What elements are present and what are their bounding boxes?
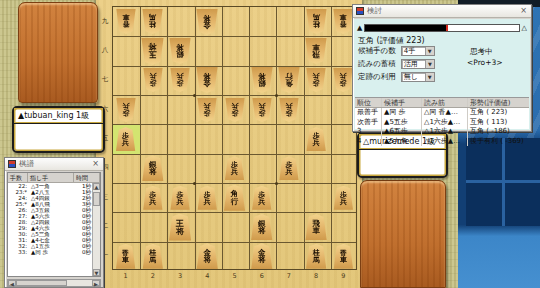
- analysis-option-row: 候補手の数4手▼: [358, 45, 435, 56]
- option-dropdown-2[interactable]: 活用▼: [401, 59, 435, 69]
- komadai-gote[interactable]: [360, 180, 446, 288]
- kifu-window-title: 棋譜: [19, 159, 91, 169]
- candidate-move: ▲5九角: [382, 137, 422, 147]
- piece-kanji: 角: [285, 80, 293, 88]
- piece-kanji: 将: [204, 256, 212, 264]
- kifu-titlebar[interactable]: 棋譜 ×: [5, 158, 103, 171]
- candidate-rank: 次善手: [355, 118, 382, 128]
- candidate-eval: 互角 ( 113): [468, 118, 529, 128]
- option-label: 定跡の利用: [358, 72, 396, 82]
- piece-kanji: 行: [285, 73, 293, 81]
- file-label: 8: [306, 272, 326, 280]
- option-dropdown-1[interactable]: 4手▼: [401, 46, 435, 56]
- piece-kanji: 兵: [285, 103, 292, 110]
- piece-kanji: 兵: [258, 103, 265, 110]
- dropdown-value: 無し: [402, 73, 425, 81]
- piece-kanji: 行: [231, 198, 239, 206]
- eval-bar-marker: [446, 25, 448, 31]
- candidate-eval: 互角 ( 223): [468, 108, 529, 118]
- sente-mark: ▲: [357, 24, 362, 32]
- grid-line: [222, 7, 223, 269]
- file-label: 7: [279, 272, 299, 280]
- piece-kanji: 将: [258, 73, 266, 81]
- grid-line: [276, 7, 277, 269]
- wallpaper-logo-line-h: [466, 180, 540, 183]
- piece-kanji: 将: [258, 256, 266, 264]
- piece-kanji: 車: [312, 227, 320, 235]
- grid-line: [113, 183, 356, 184]
- piece-kanji: 桂: [149, 22, 156, 29]
- candidate-line: △1六歩▲…: [422, 137, 468, 147]
- piece-kanji: 馬: [313, 15, 320, 22]
- piece-kanji: 車: [312, 44, 320, 52]
- file-label: 6: [252, 272, 272, 280]
- rank-label: 七: [100, 75, 110, 84]
- candidate-col-header: 順位: [355, 98, 382, 107]
- piece-kanji: 将: [149, 168, 157, 176]
- analysis-option-row: 読みの蓄積活用▼: [358, 58, 435, 69]
- candidate-table[interactable]: 順位候補手読み筋形勢(評価値)最善手▲同 歩△同 香▲…互角 ( 223)次善手…: [355, 97, 529, 129]
- rank-label: 九: [100, 17, 110, 26]
- piece-kanji: 銀: [176, 51, 184, 59]
- piece-kanji: 兵: [122, 139, 129, 146]
- candidate-row[interactable]: 4▲5九角△1六歩▲…後手有利 ( -369): [355, 137, 529, 147]
- engine-status: 思考中: [470, 47, 493, 57]
- piece-kanji: 兵: [177, 73, 184, 80]
- piece-kanji: 馬: [149, 15, 156, 22]
- move-list-header: 手数 指し手 時間: [8, 173, 100, 183]
- analysis-window: 検討 × ▲ △ 互角 (評価値 223) 候補手の数4手▼読みの蓄積活用▼定跡…: [352, 4, 532, 132]
- col-time: 時間: [74, 173, 100, 182]
- piece-kanji: 兵: [122, 103, 129, 110]
- move-list-hscrollbar[interactable]: ◀ ▶: [7, 279, 101, 287]
- analysis-titlebar[interactable]: 検討 ×: [353, 5, 531, 18]
- grid-line: [113, 124, 356, 125]
- komadai-sente[interactable]: [18, 2, 98, 103]
- scroll-right-icon[interactable]: ▶: [92, 280, 100, 286]
- piece-kanji: 玉: [149, 51, 157, 59]
- candidate-move: ▲5五歩: [382, 118, 422, 128]
- scroll-up-icon[interactable]: ▲: [93, 183, 100, 190]
- star-point: [193, 94, 196, 97]
- col-move: 指し手: [28, 173, 74, 182]
- file-label: 2: [143, 272, 163, 280]
- piece-kanji: 兵: [177, 198, 184, 205]
- dropdown-value: 活用: [402, 60, 425, 68]
- grid-line: [140, 7, 141, 269]
- move-text: ▲同 歩: [28, 249, 74, 255]
- piece-kanji: 兵: [285, 168, 292, 175]
- move-row[interactable]: 33:▲同 歩0秒: [8, 249, 100, 255]
- star-point: [275, 182, 278, 185]
- piece-kanji: 将: [149, 43, 157, 51]
- option-label: 読みの蓄積: [358, 59, 396, 69]
- piece-kanji: 銀: [258, 80, 266, 88]
- grid-line: [167, 7, 168, 269]
- piece-kanji: 兵: [149, 198, 156, 205]
- piece-kanji: 馬: [313, 256, 320, 263]
- move-list[interactable]: 手数 指し手 時間 22:△3一角1秒23:*▲2八玉1秒24:△4四銀2秒25…: [7, 172, 101, 277]
- piece-kanji: 将: [176, 227, 184, 235]
- piece-kanji: 将: [258, 227, 266, 235]
- piece-kanji: 兵: [340, 198, 347, 205]
- move-list-vscrollbar[interactable]: ▲ ▼: [92, 183, 100, 276]
- candidate-col-header: 形勢(評価値): [468, 98, 529, 107]
- piece-kanji: 兵: [231, 103, 238, 110]
- candidate-eval: 後手有利 ( -369): [468, 137, 529, 147]
- engine-level: <Pro+3>: [467, 58, 503, 67]
- candidate-col-header: 読み筋: [422, 98, 468, 107]
- piece-kanji: 兵: [231, 168, 238, 175]
- analysis-window-icon: [356, 7, 364, 15]
- file-label: 9: [333, 272, 353, 280]
- grid-line: [304, 7, 305, 269]
- candidate-col-header: 候補手: [382, 98, 422, 107]
- piece-kanji: 将: [204, 73, 212, 81]
- file-label: 4: [197, 272, 217, 280]
- piece-kanji: 兵: [149, 73, 156, 80]
- piece-kanji: 車: [122, 15, 129, 22]
- file-label: 3: [170, 272, 190, 280]
- candidate-row[interactable]: 3▲6五歩△1六歩▲…互角 ( -186): [355, 127, 529, 137]
- piece-kanji: 車: [340, 256, 347, 263]
- grid-line: [113, 154, 356, 155]
- candidate-line: △同 香▲…: [422, 108, 468, 118]
- piece-kanji: 歩: [177, 80, 184, 87]
- file-label: 1: [116, 272, 136, 280]
- grid-line: [113, 95, 356, 96]
- player-name-sente: ▲tubuan_king 1級: [14, 108, 103, 124]
- file-label: 5: [225, 272, 245, 280]
- candidate-table-header: 順位候補手読み筋形勢(評価値): [355, 98, 529, 108]
- option-dropdown-3[interactable]: 無し▼: [401, 72, 435, 82]
- grid-line: [113, 242, 356, 243]
- star-point: [275, 94, 278, 97]
- piece-kanji: 飛: [312, 51, 320, 59]
- piece-kanji: 将: [176, 44, 184, 52]
- candidate-move: ▲6五歩: [382, 127, 422, 137]
- close-icon[interactable]: ×: [519, 7, 528, 16]
- move-number: 33:: [8, 249, 28, 255]
- star-point: [193, 182, 196, 185]
- grid-line: [113, 212, 356, 213]
- piece-kanji: 金: [204, 80, 212, 88]
- grid-line: [113, 66, 356, 67]
- grid-line: [249, 7, 250, 269]
- piece-kanji: 兵: [204, 198, 211, 205]
- rank-label: 八: [100, 46, 110, 55]
- vscroll-thumb[interactable]: [93, 192, 100, 206]
- candidate-row[interactable]: 最善手▲同 歩△同 香▲…互角 ( 223): [355, 108, 529, 118]
- scroll-left-icon[interactable]: ◀: [8, 280, 16, 286]
- piece-kanji: 車: [340, 15, 347, 22]
- piece-kanji: 将: [204, 14, 212, 22]
- eval-bar: [364, 24, 519, 32]
- candidate-rank: 最善手: [355, 108, 382, 118]
- option-label: 候補手の数: [358, 46, 396, 56]
- candidate-rank: 3: [355, 127, 382, 137]
- candidate-line: △1六歩▲…: [422, 118, 468, 128]
- piece-kanji: 兵: [204, 103, 211, 110]
- gote-mark: △: [522, 24, 527, 32]
- piece-kanji: 兵: [313, 139, 320, 146]
- eval-bar-sente-portion: [365, 25, 446, 31]
- analysis-content: ▲ △ 互角 (評価値 223) 候補手の数4手▼読みの蓄積活用▼定跡の利用無し…: [354, 19, 530, 130]
- candidate-move: ▲同 歩: [382, 108, 422, 118]
- analysis-option-row: 定跡の利用無し▼: [358, 71, 435, 82]
- grid-line: [113, 36, 356, 37]
- col-move-number: 手数: [8, 173, 28, 182]
- piece-kanji: 車: [122, 256, 129, 263]
- piece-kanji: 兵: [258, 198, 265, 205]
- chevron-down-icon[interactable]: ▼: [425, 60, 434, 68]
- candidate-row[interactable]: 次善手▲5五歩△1六歩▲…互角 ( 113): [355, 118, 529, 128]
- piece-kanji: 兵: [313, 73, 320, 80]
- candidate-eval: 互角 ( -186): [468, 127, 529, 137]
- dropdown-value: 4手: [402, 47, 425, 55]
- piece-kanji: 歩: [313, 80, 320, 87]
- grid-line: [331, 7, 332, 269]
- kifu-window-icon: [8, 160, 16, 168]
- scroll-down-icon[interactable]: ▼: [93, 269, 100, 276]
- piece-kanji: 桂: [313, 22, 320, 29]
- chevron-down-icon[interactable]: ▼: [425, 47, 434, 55]
- piece-kanji: 香: [340, 22, 347, 29]
- hscroll-thumb[interactable]: [16, 280, 67, 286]
- chevron-down-icon[interactable]: ▼: [425, 73, 434, 81]
- candidate-rank: 4: [355, 137, 382, 147]
- piece-kanji: 馬: [149, 256, 156, 263]
- analysis-window-title: 検討: [367, 6, 519, 16]
- piece-kanji: 香: [122, 22, 129, 29]
- kifu-window: 棋譜 × 手数 指し手 時間 22:△3一角1秒23:*▲2八玉1秒24:△4四…: [4, 157, 104, 288]
- piece-kanji: 歩: [340, 80, 347, 87]
- player-box-sente: ▲tubuan_king 1級: [12, 106, 105, 153]
- move-rows: 22:△3一角1秒23:*▲2八玉1秒24:△4四銀2秒25:*▲8八飛3秒26…: [8, 183, 100, 255]
- piece-kanji: 兵: [340, 73, 347, 80]
- screen: 九八七六五四三二一123456789 香車桂馬金将桂馬香車飛車銀将玉将歩兵歩兵角…: [0, 0, 540, 288]
- close-icon[interactable]: ×: [91, 160, 100, 169]
- grid-line: [195, 7, 196, 269]
- piece-kanji: 歩: [149, 80, 156, 87]
- candidate-line: △1六歩▲…: [422, 127, 468, 137]
